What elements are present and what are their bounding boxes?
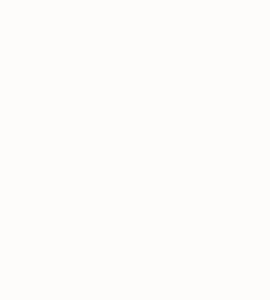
chess-set-scene (0, 0, 270, 300)
product-photo (0, 0, 270, 300)
